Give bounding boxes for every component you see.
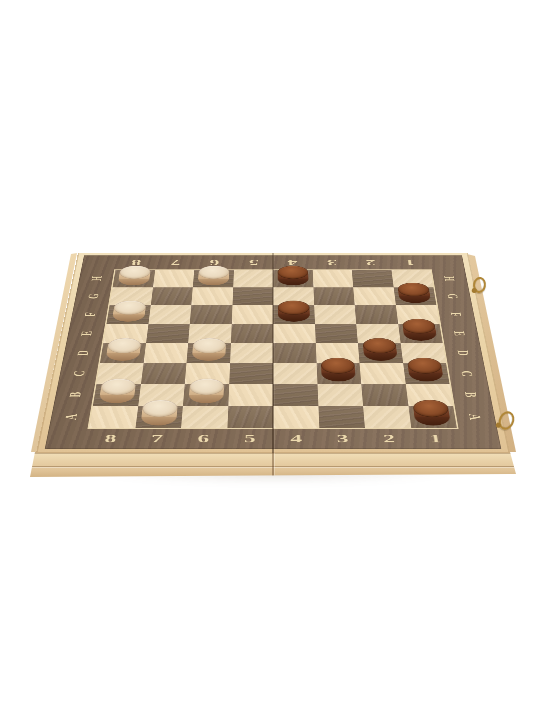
label-near-5: 5 [226, 428, 273, 449]
label-right-D: D [440, 344, 486, 362]
label-near-8: 8 [86, 428, 135, 449]
checker-dark-E1[interactable] [403, 326, 438, 341]
checker-dark-H4[interactable] [277, 272, 308, 285]
label-near-3: 3 [319, 428, 367, 449]
label-left-D: D [60, 344, 106, 362]
checker-light-A7[interactable] [141, 408, 178, 425]
piece-top-face [189, 378, 224, 395]
label-right-C: C [444, 364, 491, 382]
checker-light-B8[interactable] [98, 386, 135, 403]
label-left-E: E [64, 325, 109, 342]
checker-dark-G1[interactable] [398, 289, 431, 303]
label-near-1: 1 [411, 428, 460, 449]
checker-light-H6[interactable] [198, 272, 230, 285]
product-photo-scene: 87654321 87654321 HGFEDCBA HGFEDCBA [0, 0, 540, 720]
piece-top-face [362, 338, 396, 353]
board-fold-seam [272, 253, 274, 453]
piece-top-face [277, 266, 308, 279]
label-right-G: G [431, 288, 474, 304]
checker-light-B6[interactable] [188, 386, 224, 403]
label-left-F: F [68, 306, 112, 322]
checker-dark-F4[interactable] [278, 307, 310, 321]
label-left-B: B [51, 385, 99, 404]
label-far-2: 2 [351, 255, 392, 270]
label-left-A: A [46, 407, 95, 427]
checker-light-D6[interactable] [192, 345, 226, 360]
label-far-7: 7 [155, 255, 196, 270]
label-left-H: H [75, 271, 118, 286]
pine-rim: 87654321 87654321 HGFEDCBA HGFEDCBA [36, 253, 510, 453]
board-3d-plane: 87654321 87654321 HGFEDCBA HGFEDCBA [36, 253, 510, 453]
piece-top-face [192, 338, 226, 353]
label-near-4: 4 [273, 428, 320, 449]
label-right-B: B [447, 385, 495, 404]
label-right-A: A [451, 407, 500, 427]
checker-light-D8[interactable] [105, 345, 140, 360]
label-right-F: F [434, 306, 478, 322]
label-right-H: H [428, 271, 471, 286]
label-left-G: G [72, 288, 115, 304]
checker-dark-C3[interactable] [321, 365, 356, 381]
label-far-5: 5 [234, 255, 273, 270]
label-right-E: E [437, 325, 482, 342]
label-left-C: C [55, 364, 102, 382]
checker-light-H8[interactable] [117, 272, 150, 285]
label-far-1: 1 [389, 255, 430, 270]
checker-dark-A1[interactable] [414, 408, 452, 425]
checker-dark-C1[interactable] [408, 365, 444, 381]
piece-top-face [198, 266, 229, 279]
checker-dark-D2[interactable] [363, 345, 398, 360]
front-joint-line [28, 466, 524, 467]
label-near-7: 7 [133, 428, 182, 449]
brass-clasp-far [471, 276, 487, 294]
checker-light-F8[interactable] [112, 307, 146, 321]
label-near-6: 6 [179, 428, 227, 449]
label-far-3: 3 [312, 255, 352, 270]
label-near-2: 2 [365, 428, 414, 449]
piece-top-face [278, 301, 310, 315]
front-fold-seam [272, 452, 274, 479]
